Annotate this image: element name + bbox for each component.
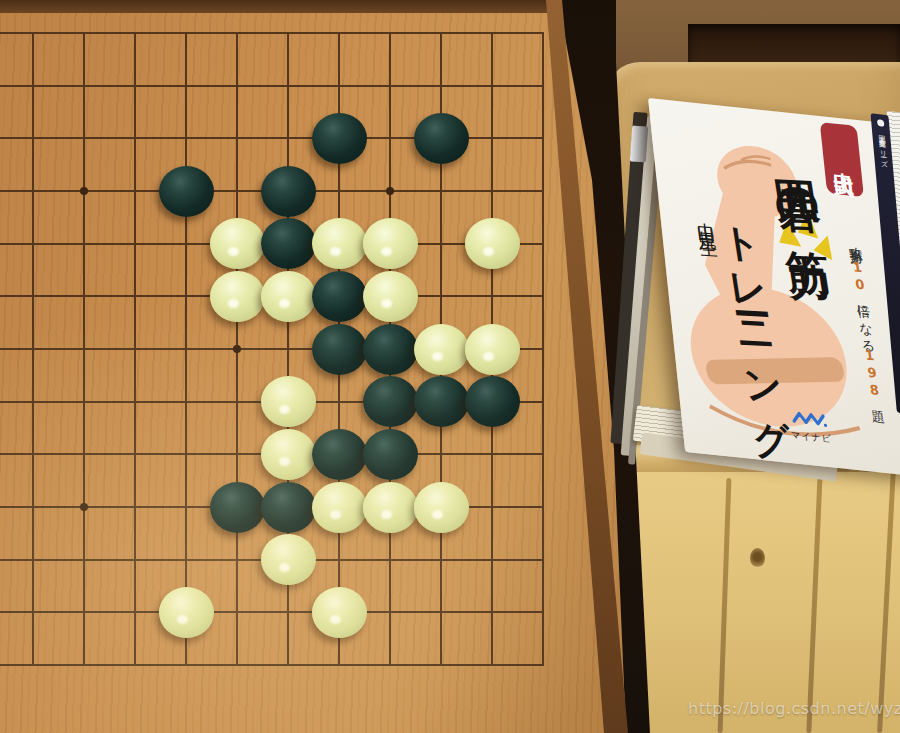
stone-black bbox=[363, 376, 418, 427]
stone-white bbox=[210, 271, 265, 322]
stone-white bbox=[312, 587, 367, 638]
stone-black bbox=[312, 113, 367, 164]
mynavi-zigzag-icon bbox=[791, 409, 829, 429]
stone-black bbox=[312, 324, 367, 375]
grid-hline bbox=[0, 32, 544, 34]
stone-white bbox=[414, 324, 469, 375]
stone-black bbox=[312, 271, 367, 322]
page-clip-edge bbox=[630, 125, 648, 162]
badge-yamada-shiki: 山田式 bbox=[820, 122, 864, 197]
wood-knot bbox=[750, 548, 765, 568]
stone-black bbox=[312, 429, 367, 480]
stone-white bbox=[261, 429, 316, 480]
hoshi-star-point bbox=[80, 187, 88, 195]
watermark-url: https://blog.csdn.net/wyzegg bbox=[688, 699, 900, 718]
stone-white bbox=[159, 587, 214, 638]
hoshi-star-point bbox=[386, 187, 394, 195]
stone-black bbox=[414, 113, 469, 164]
stone-white bbox=[363, 271, 418, 322]
stone-black bbox=[363, 324, 418, 375]
hoshi-star-point bbox=[80, 503, 88, 511]
stone-black bbox=[465, 376, 520, 427]
stone-black bbox=[261, 166, 316, 217]
stone-white bbox=[261, 271, 316, 322]
series-banner-label: 囲碁人文庫シリーズ bbox=[876, 130, 889, 165]
hoshi-star-point bbox=[233, 345, 241, 353]
stone-white bbox=[210, 218, 265, 269]
board-far-edge bbox=[0, 0, 560, 13]
grid-hline bbox=[0, 664, 544, 666]
stool-front-panel bbox=[610, 472, 900, 733]
photo-scene: 山田式 囲碁の筋力 トレーニング 攻撃力が10倍になる198題 山田規三生 囲碁… bbox=[0, 0, 900, 733]
grid-hline bbox=[0, 611, 544, 613]
stone-white bbox=[312, 482, 367, 533]
stone-black bbox=[261, 218, 316, 269]
stone-white bbox=[261, 534, 316, 585]
tagline-text: 攻撃力が bbox=[846, 236, 864, 260]
book-title-right-column: 囲碁の筋力 bbox=[767, 144, 823, 228]
stone-black bbox=[210, 482, 265, 533]
stone-white bbox=[363, 482, 418, 533]
stone-black bbox=[363, 429, 418, 480]
stone-white bbox=[465, 324, 520, 375]
stone-white bbox=[261, 376, 316, 427]
grid-hline bbox=[0, 85, 544, 87]
stone-black bbox=[414, 376, 469, 427]
stone-white bbox=[465, 218, 520, 269]
stone-black bbox=[261, 482, 316, 533]
tagline-text: 題 bbox=[868, 399, 883, 402]
book-author: 山田規三生 bbox=[691, 207, 718, 229]
go-stone-icon bbox=[876, 119, 884, 127]
stone-white bbox=[312, 218, 367, 269]
stone-white bbox=[414, 482, 469, 533]
book-cover: 山田式 囲碁の筋力 トレーニング 攻撃力が10倍になる198題 山田規三生 囲碁… bbox=[648, 98, 900, 479]
stone-white bbox=[363, 218, 418, 269]
stone-black bbox=[159, 166, 214, 217]
